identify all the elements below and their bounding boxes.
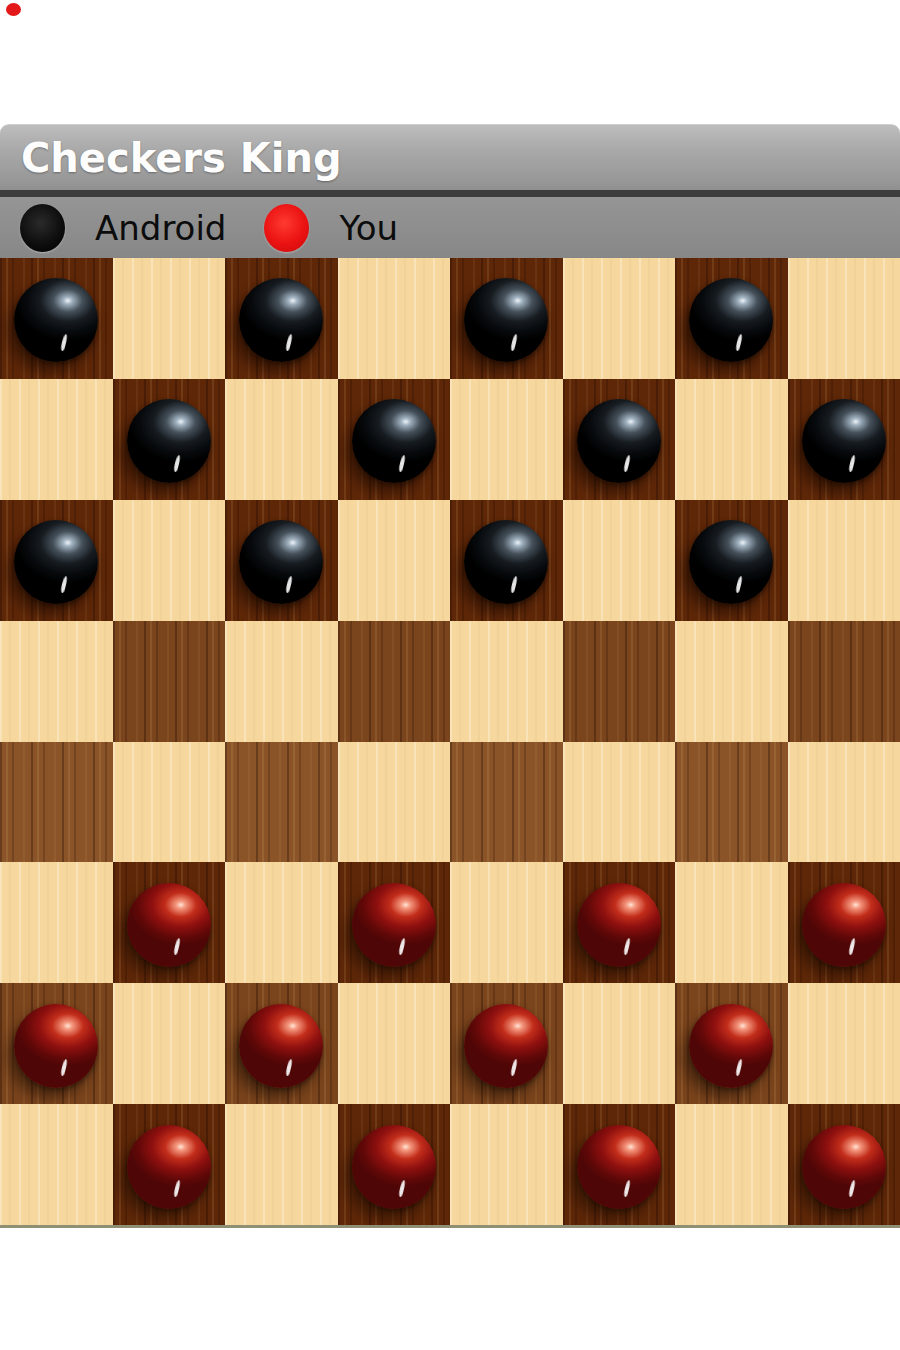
square-1-7[interactable] [788,379,900,500]
red-checker[interactable] [14,1004,98,1088]
top-margin [0,0,900,124]
square-5-6[interactable] [675,862,788,983]
black-checker[interactable] [239,520,323,604]
square-3-1[interactable] [113,621,226,742]
square-4-6[interactable] [675,742,788,863]
square-7-2[interactable] [225,1104,338,1225]
square-6-0[interactable] [0,983,113,1104]
square-5-1[interactable] [113,862,226,983]
square-3-2[interactable] [225,621,338,742]
square-0-7[interactable] [788,258,900,379]
square-2-2[interactable] [225,500,338,621]
square-7-4[interactable] [450,1104,563,1225]
red-checker[interactable] [802,883,886,967]
red-checker[interactable] [802,1125,886,1209]
square-7-6[interactable] [675,1104,788,1225]
square-6-2[interactable] [225,983,338,1104]
title-bar: Checkers King [0,124,900,197]
square-5-4[interactable] [450,862,563,983]
square-2-3[interactable] [338,500,451,621]
square-0-0[interactable] [0,258,113,379]
black-checker[interactable] [689,520,773,604]
app-title: Checkers King [0,135,342,181]
square-3-0[interactable] [0,621,113,742]
app-screen: Checkers King Android You [0,0,900,1350]
square-5-3[interactable] [338,862,451,983]
square-6-3[interactable] [338,983,451,1104]
square-3-7[interactable] [788,621,900,742]
square-3-3[interactable] [338,621,451,742]
square-1-5[interactable] [563,379,676,500]
red-checker[interactable] [127,1125,211,1209]
square-2-1[interactable] [113,500,226,621]
square-6-7[interactable] [788,983,900,1104]
stray-red-dot [6,3,21,16]
black-checker-dot-icon [20,204,65,252]
black-checker[interactable] [127,399,211,483]
square-3-5[interactable] [563,621,676,742]
square-7-7[interactable] [788,1104,900,1225]
square-2-0[interactable] [0,500,113,621]
android-label: Android [95,208,226,248]
square-6-5[interactable] [563,983,676,1104]
square-4-2[interactable] [225,742,338,863]
square-4-5[interactable] [563,742,676,863]
black-checker[interactable] [689,278,773,362]
red-checker[interactable] [352,1125,436,1209]
square-0-1[interactable] [113,258,226,379]
square-7-0[interactable] [0,1104,113,1225]
square-3-4[interactable] [450,621,563,742]
square-1-3[interactable] [338,379,451,500]
red-checker-dot-icon [264,204,309,252]
square-6-4[interactable] [450,983,563,1104]
bottom-margin [0,1228,900,1350]
square-5-2[interactable] [225,862,338,983]
red-checker[interactable] [239,1004,323,1088]
square-4-3[interactable] [338,742,451,863]
black-checker[interactable] [239,278,323,362]
red-checker[interactable] [352,883,436,967]
square-1-4[interactable] [450,379,563,500]
black-checker[interactable] [14,278,98,362]
square-0-5[interactable] [563,258,676,379]
red-checker[interactable] [689,1004,773,1088]
square-7-3[interactable] [338,1104,451,1225]
square-0-3[interactable] [338,258,451,379]
black-checker[interactable] [352,399,436,483]
red-checker[interactable] [127,883,211,967]
square-7-5[interactable] [563,1104,676,1225]
square-2-7[interactable] [788,500,900,621]
square-4-0[interactable] [0,742,113,863]
square-2-6[interactable] [675,500,788,621]
checkers-board [0,258,900,1228]
square-5-5[interactable] [563,862,676,983]
black-checker[interactable] [464,520,548,604]
square-5-7[interactable] [788,862,900,983]
square-4-7[interactable] [788,742,900,863]
square-0-2[interactable] [225,258,338,379]
square-1-0[interactable] [0,379,113,500]
square-1-6[interactable] [675,379,788,500]
black-checker[interactable] [802,399,886,483]
square-4-1[interactable] [113,742,226,863]
square-2-4[interactable] [450,500,563,621]
square-3-6[interactable] [675,621,788,742]
square-1-2[interactable] [225,379,338,500]
red-checker[interactable] [577,883,661,967]
square-7-1[interactable] [113,1104,226,1225]
square-5-0[interactable] [0,862,113,983]
black-checker[interactable] [577,399,661,483]
black-checker[interactable] [14,520,98,604]
red-checker[interactable] [577,1125,661,1209]
square-0-4[interactable] [450,258,563,379]
black-checker[interactable] [464,278,548,362]
red-checker[interactable] [464,1004,548,1088]
you-label: You [339,208,398,248]
square-4-4[interactable] [450,742,563,863]
legend-bar: Android You [0,197,900,258]
square-1-1[interactable] [113,379,226,500]
square-6-6[interactable] [675,983,788,1104]
square-6-1[interactable] [113,983,226,1104]
square-0-6[interactable] [675,258,788,379]
square-2-5[interactable] [563,500,676,621]
